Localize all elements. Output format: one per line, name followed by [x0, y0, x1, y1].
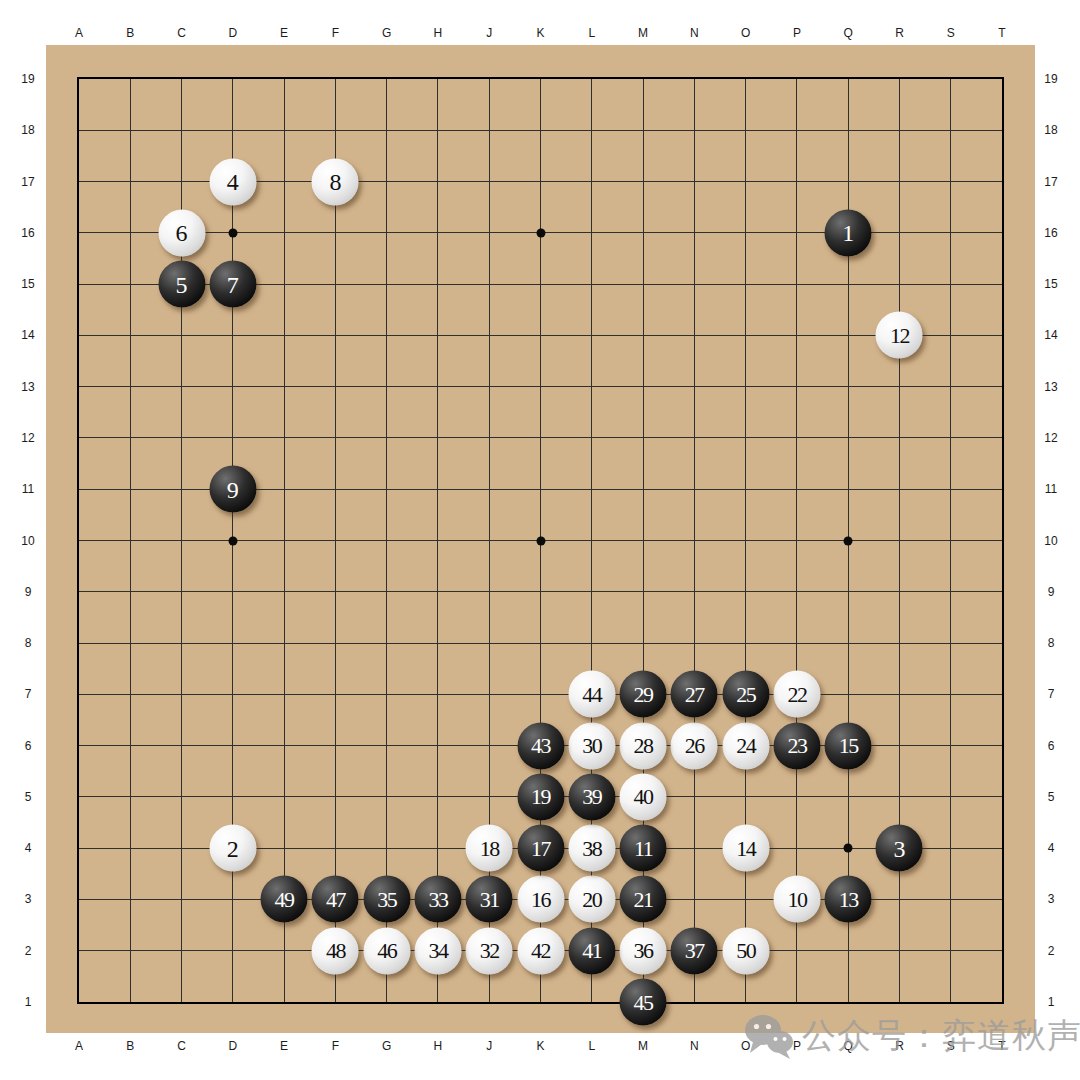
coord-label-top-t: T: [998, 26, 1005, 40]
move-number: 12: [890, 324, 909, 346]
wechat-icon: [744, 1013, 794, 1059]
coord-label-bottom-k: K: [537, 1039, 545, 1053]
coord-label-right-11: 11: [1045, 482, 1057, 496]
move-number: 7: [227, 272, 239, 296]
stone-white-k2: 42: [517, 927, 564, 974]
stone-black-g3: 35: [363, 876, 410, 923]
move-number: 8: [329, 170, 341, 194]
coord-label-left-10: 10: [21, 534, 34, 548]
move-number: 27: [685, 683, 704, 705]
coord-label-right-2: 2: [1048, 944, 1055, 958]
grid-line-vertical: [950, 79, 951, 1002]
coord-label-right-3: 3: [1048, 892, 1055, 906]
stone-black-e3: 49: [261, 876, 308, 923]
stone-white-f17: 8: [312, 158, 359, 205]
stone-black-o7: 25: [722, 671, 769, 718]
coord-label-right-8: 8: [1048, 636, 1055, 650]
stone-black-l5: 39: [568, 773, 615, 820]
stone-white-l3: 20: [568, 876, 615, 923]
move-number: 38: [582, 837, 601, 859]
move-number: 4: [227, 170, 239, 194]
stone-white-l6: 30: [568, 722, 615, 769]
stone-black-d11: 9: [209, 466, 256, 513]
stone-white-o4: 14: [722, 825, 769, 872]
move-number: 16: [531, 888, 550, 910]
stone-white-d4: 2: [209, 825, 256, 872]
stone-white-l4: 38: [568, 825, 615, 872]
move-number: 36: [634, 940, 653, 962]
move-number: 49: [275, 888, 294, 910]
coord-label-top-b: B: [126, 26, 134, 40]
coord-label-left-12: 12: [21, 431, 34, 445]
move-number: 23: [787, 735, 806, 757]
stone-white-m2: 36: [620, 927, 667, 974]
coord-label-bottom-n: N: [690, 1039, 699, 1053]
coord-label-bottom-g: G: [382, 1039, 391, 1053]
coord-label-bottom-b: B: [126, 1039, 134, 1053]
stone-white-m5: 40: [620, 773, 667, 820]
coord-label-left-18: 18: [21, 123, 34, 137]
move-number: 33: [428, 888, 447, 910]
stone-black-m3: 21: [620, 876, 667, 923]
stone-black-f3: 47: [312, 876, 359, 923]
coord-label-bottom-m: M: [638, 1039, 648, 1053]
move-number: 45: [634, 991, 653, 1013]
move-number: 22: [787, 683, 806, 705]
move-number: 37: [685, 940, 704, 962]
coord-label-right-15: 15: [1044, 277, 1057, 291]
stone-white-f2: 48: [312, 927, 359, 974]
coord-label-right-19: 19: [1044, 72, 1057, 86]
stone-black-p6: 23: [773, 722, 820, 769]
stone-white-l7: 44: [568, 671, 615, 718]
stone-black-l2: 41: [568, 927, 615, 974]
coord-label-right-6: 6: [1048, 739, 1055, 753]
move-number: 17: [531, 837, 550, 859]
stone-black-n2: 37: [671, 927, 718, 974]
stone-black-j3: 31: [466, 876, 513, 923]
stone-white-o6: 24: [722, 722, 769, 769]
coord-label-right-4: 4: [1048, 841, 1055, 855]
coord-label-bottom-l: L: [588, 1039, 595, 1053]
move-number: 44: [582, 683, 601, 705]
move-number: 35: [377, 888, 396, 910]
coord-label-top-f: F: [332, 26, 339, 40]
grid-line-vertical: [796, 79, 797, 1002]
coord-label-top-h: H: [434, 26, 443, 40]
coord-label-bottom-j: J: [486, 1039, 492, 1053]
move-number: 18: [480, 837, 499, 859]
coord-label-top-d: D: [228, 26, 237, 40]
coord-label-top-m: M: [638, 26, 648, 40]
stone-white-p3: 10: [773, 876, 820, 923]
coord-label-bottom-h: H: [434, 1039, 443, 1053]
stone-black-c15: 5: [158, 261, 205, 308]
stone-black-k4: 17: [517, 825, 564, 872]
coord-label-top-a: A: [75, 26, 83, 40]
stone-white-j2: 32: [466, 927, 513, 974]
coord-label-top-q: Q: [844, 26, 853, 40]
coord-label-left-19: 19: [21, 72, 34, 86]
coord-label-right-14: 14: [1044, 328, 1057, 342]
coord-label-right-5: 5: [1048, 790, 1055, 804]
move-number: 50: [736, 940, 755, 962]
coord-label-left-16: 16: [21, 226, 34, 240]
grid-line-vertical: [694, 79, 695, 1002]
move-number: 25: [736, 683, 755, 705]
stone-white-p7: 22: [773, 671, 820, 718]
go-diagram-page: AABBCCDDEEFFGGHHJJKKLLMMNNOOPPQQRRSSTT19…: [0, 0, 1080, 1080]
stone-white-k3: 16: [517, 876, 564, 923]
grid-line-horizontal: [79, 643, 1002, 644]
stone-black-q6: 15: [825, 722, 872, 769]
watermark-text: 公众号：弈道秋声: [802, 1013, 1080, 1059]
stone-black-n7: 27: [671, 671, 718, 718]
coord-label-top-p: P: [793, 26, 801, 40]
coord-label-top-g: G: [382, 26, 391, 40]
move-number: 10: [787, 888, 806, 910]
coord-label-left-3: 3: [25, 892, 32, 906]
coord-label-right-17: 17: [1044, 175, 1057, 189]
move-number: 28: [634, 735, 653, 757]
coord-label-left-13: 13: [21, 380, 34, 394]
stone-white-h2: 34: [414, 927, 461, 974]
coord-label-bottom-c: C: [177, 1039, 186, 1053]
stone-black-r4: 3: [876, 825, 923, 872]
coord-label-right-12: 12: [1044, 431, 1057, 445]
coord-label-left-4: 4: [25, 841, 32, 855]
move-number: 15: [839, 735, 858, 757]
stone-black-k5: 19: [517, 773, 564, 820]
stone-black-h3: 33: [414, 876, 461, 923]
move-number: 43: [531, 735, 550, 757]
coord-label-bottom-f: F: [332, 1039, 339, 1053]
move-number: 46: [377, 940, 396, 962]
star-point-d16: [228, 228, 237, 237]
move-number: 11: [634, 837, 652, 859]
coord-label-top-r: R: [895, 26, 904, 40]
coord-label-top-l: L: [588, 26, 595, 40]
move-number: 1: [842, 221, 854, 245]
coord-label-right-10: 10: [1044, 534, 1057, 548]
stone-black-q16: 1: [825, 209, 872, 256]
move-number: 48: [326, 940, 345, 962]
coord-label-left-6: 6: [25, 739, 32, 753]
stone-white-r14: 12: [876, 312, 923, 359]
stone-black-m4: 11: [620, 825, 667, 872]
coord-label-left-2: 2: [25, 944, 32, 958]
coord-label-bottom-a: A: [75, 1039, 83, 1053]
stone-white-m6: 28: [620, 722, 667, 769]
stone-black-d15: 7: [209, 261, 256, 308]
stone-white-j4: 18: [466, 825, 513, 872]
coord-label-right-18: 18: [1044, 123, 1057, 137]
move-number: 30: [582, 735, 601, 757]
coord-label-top-c: C: [177, 26, 186, 40]
move-number: 14: [736, 837, 755, 859]
stone-black-q3: 13: [825, 876, 872, 923]
move-number: 9: [227, 477, 239, 501]
star-point-q10: [844, 536, 853, 545]
coord-label-left-14: 14: [21, 328, 34, 342]
move-number: 34: [428, 940, 447, 962]
coord-label-left-9: 9: [25, 585, 32, 599]
move-number: 13: [839, 888, 858, 910]
stone-black-m1: 45: [620, 979, 667, 1026]
move-number: 40: [634, 786, 653, 808]
coord-label-left-15: 15: [21, 277, 34, 291]
coord-label-top-n: N: [690, 26, 699, 40]
coord-label-left-17: 17: [21, 175, 34, 189]
move-number: 32: [480, 940, 499, 962]
stone-white-o2: 50: [722, 927, 769, 974]
coord-label-top-k: K: [537, 26, 545, 40]
star-point-q4: [844, 844, 853, 853]
move-number: 19: [531, 786, 550, 808]
coord-label-top-s: S: [947, 26, 955, 40]
coord-label-right-16: 16: [1044, 226, 1057, 240]
coord-label-right-7: 7: [1048, 687, 1055, 701]
stone-white-c16: 6: [158, 209, 205, 256]
coord-label-left-1: 1: [25, 995, 32, 1009]
move-number: 42: [531, 940, 550, 962]
star-point-d10: [228, 536, 237, 545]
watermark: 公众号：弈道秋声: [744, 1010, 1080, 1062]
coord-label-left-7: 7: [25, 687, 32, 701]
move-number: 24: [736, 735, 755, 757]
star-point-k16: [536, 228, 545, 237]
grid-line-horizontal: [79, 591, 1002, 592]
coord-label-left-5: 5: [25, 790, 32, 804]
move-number: 39: [582, 786, 601, 808]
move-number: 21: [634, 888, 653, 910]
coord-label-right-13: 13: [1044, 380, 1057, 394]
star-point-k10: [536, 536, 545, 545]
coord-label-right-1: 1: [1048, 995, 1055, 1009]
coord-label-top-e: E: [280, 26, 288, 40]
grid-line-horizontal: [79, 694, 1002, 695]
stone-white-n6: 26: [671, 722, 718, 769]
stone-black-m7: 29: [620, 671, 667, 718]
coord-label-left-11: 11: [22, 482, 34, 496]
move-number: 3: [893, 836, 905, 860]
move-number: 20: [582, 888, 601, 910]
move-number: 26: [685, 735, 704, 757]
coord-label-bottom-e: E: [280, 1039, 288, 1053]
coord-label-left-8: 8: [25, 636, 32, 650]
coord-label-bottom-d: D: [228, 1039, 237, 1053]
move-number: 29: [634, 683, 653, 705]
stone-white-g2: 46: [363, 927, 410, 974]
coord-label-right-9: 9: [1048, 585, 1055, 599]
move-number: 6: [176, 221, 188, 245]
coord-label-top-j: J: [486, 26, 492, 40]
move-number: 47: [326, 888, 345, 910]
stone-white-d17: 4: [209, 158, 256, 205]
coord-label-top-o: O: [741, 26, 750, 40]
move-number: 41: [582, 940, 601, 962]
move-number: 31: [480, 888, 499, 910]
move-number: 5: [176, 272, 188, 296]
move-number: 2: [227, 836, 239, 860]
stone-black-k6: 43: [517, 722, 564, 769]
